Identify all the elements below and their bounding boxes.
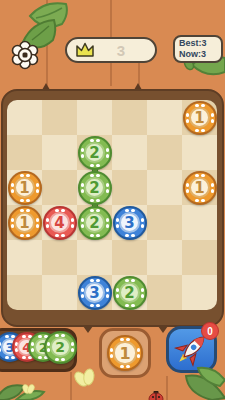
chip-value: 4 <box>49 212 71 234</box>
game-screen: { "game": "number chip merge puzzle (che… <box>0 0 225 400</box>
chip-value: 3 <box>84 282 106 304</box>
board: 12121142332 <box>7 100 217 310</box>
board-tab <box>158 326 168 333</box>
settings-flower-button[interactable] <box>10 40 40 70</box>
butterfly-icon-small <box>22 383 35 395</box>
ladybug-icon <box>148 391 164 400</box>
chip-green-2[interactable]: 2 <box>44 331 77 364</box>
score-value: 3 <box>95 42 147 59</box>
chip-value: 2 <box>84 142 106 164</box>
leaf-decoration-bottom-right <box>170 366 225 400</box>
chip-value: 1 <box>14 177 36 199</box>
chip-value: 1 <box>113 341 136 364</box>
chip-value: 2 <box>84 212 106 234</box>
chip-value: 2 <box>84 177 106 199</box>
best-now-box: Best:3 Now:3 <box>173 35 223 63</box>
chip-orange-1[interactable]: 1 <box>8 206 42 240</box>
chip-green-2[interactable]: 2 <box>78 206 112 240</box>
chip-orange-1[interactable]: 1 <box>8 171 42 205</box>
score-pill: 3 <box>65 37 157 63</box>
chip-red-4[interactable]: 4 <box>43 206 77 240</box>
chip-blue-3[interactable]: 3 <box>78 276 112 310</box>
board-overlay: 12121142332 <box>7 100 217 310</box>
crown-icon <box>75 42 95 58</box>
best-score: Best:3 <box>179 38 217 49</box>
chip-value: 2 <box>119 282 141 304</box>
chip-queue-tray[interactable]: 3422 <box>0 328 77 372</box>
rocket-count-badge: 0 <box>201 322 219 340</box>
now-score: Now:3 <box>179 49 217 60</box>
chip-value: 1 <box>189 177 211 199</box>
chip-orange-1[interactable]: 1 <box>107 335 143 371</box>
chip-value: 1 <box>189 107 211 129</box>
board-tab <box>83 326 93 333</box>
wood-seam <box>70 372 72 400</box>
wood-seam <box>166 376 168 400</box>
chip-blue-3[interactable]: 3 <box>113 206 147 240</box>
chip-green-2[interactable]: 2 <box>78 171 112 205</box>
board-frame: 12121142332 <box>1 89 224 327</box>
chip-green-2[interactable]: 2 <box>78 136 112 170</box>
chip-value: 3 <box>119 212 141 234</box>
flower-center-hole <box>23 53 28 58</box>
chip-orange-1[interactable]: 1 <box>183 101 217 135</box>
chip-value: 1 <box>14 212 36 234</box>
chip-value: 2 <box>50 337 71 358</box>
chip-orange-1[interactable]: 1 <box>183 171 217 205</box>
butterfly-icon <box>74 368 96 388</box>
next-chip-slot[interactable]: 1 <box>99 328 151 378</box>
chip-green-2[interactable]: 2 <box>113 276 147 310</box>
